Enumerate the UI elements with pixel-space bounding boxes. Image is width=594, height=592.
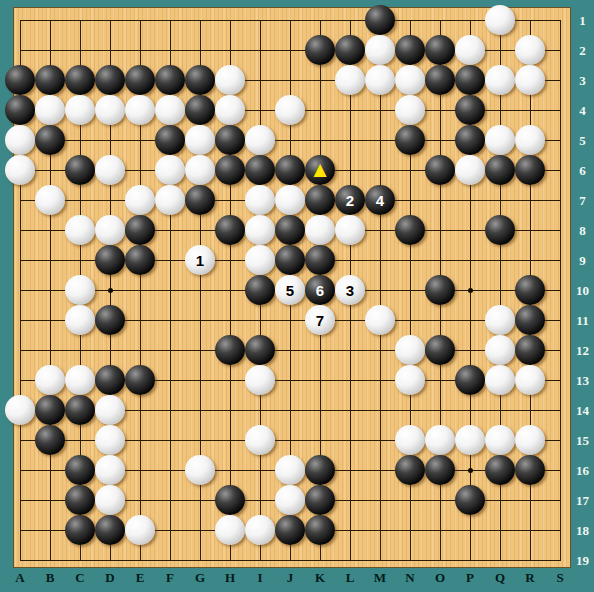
black-stone-F3[interactable] <box>155 65 185 95</box>
black-stone-J9[interactable] <box>275 245 305 275</box>
black-stone-E9[interactable] <box>125 245 155 275</box>
black-stone-J8[interactable] <box>275 215 305 245</box>
white-stone-Q12[interactable] <box>485 335 515 365</box>
row-label-16: 16 <box>571 463 594 477</box>
white-stone-E7[interactable] <box>125 185 155 215</box>
move-number-label: 5 <box>286 283 294 298</box>
black-stone-D9[interactable] <box>95 245 125 275</box>
grid-hline <box>20 350 561 351</box>
white-stone-D16[interactable] <box>95 455 125 485</box>
move-number-label: 2 <box>346 193 354 208</box>
black-stone-O16[interactable] <box>425 455 455 485</box>
white-stone-F4[interactable] <box>155 95 185 125</box>
row-label-17: 17 <box>571 493 594 507</box>
column-label-K: K <box>305 570 335 586</box>
white-stone-C10[interactable] <box>65 275 95 305</box>
white-stone-P2[interactable] <box>455 35 485 65</box>
black-stone-G3[interactable] <box>185 65 215 95</box>
black-stone-M7[interactable]: 4 <box>365 185 395 215</box>
white-stone-G9[interactable]: 1 <box>185 245 215 275</box>
move-number-label: 3 <box>346 283 354 298</box>
black-stone-Q8[interactable] <box>485 215 515 245</box>
column-label-J: J <box>275 570 305 586</box>
white-stone-I7[interactable] <box>245 185 275 215</box>
black-stone-P13[interactable] <box>455 365 485 395</box>
black-stone-A4[interactable] <box>5 95 35 125</box>
black-stone-I12[interactable] <box>245 335 275 365</box>
black-stone-K2[interactable] <box>305 35 335 65</box>
row-label-1: 1 <box>571 13 594 27</box>
star-point <box>468 468 473 473</box>
black-stone-G4[interactable] <box>185 95 215 125</box>
black-stone-D18[interactable] <box>95 515 125 545</box>
white-stone-L8[interactable] <box>335 215 365 245</box>
white-stone-D14[interactable] <box>95 395 125 425</box>
row-label-10: 10 <box>571 283 594 297</box>
white-stone-H3[interactable] <box>215 65 245 95</box>
grid-vline <box>560 20 561 561</box>
white-stone-D8[interactable] <box>95 215 125 245</box>
star-point <box>468 288 473 293</box>
black-stone-J6[interactable] <box>275 155 305 185</box>
white-stone-M2[interactable] <box>365 35 395 65</box>
column-label-L: L <box>335 570 365 586</box>
row-label-15: 15 <box>571 433 594 447</box>
black-stone-I10[interactable] <box>245 275 275 305</box>
row-label-2: 2 <box>571 43 594 57</box>
black-stone-H17[interactable] <box>215 485 245 515</box>
white-stone-D4[interactable] <box>95 95 125 125</box>
column-label-G: G <box>185 570 215 586</box>
white-stone-Q1[interactable] <box>485 5 515 35</box>
black-stone-R12[interactable] <box>515 335 545 365</box>
row-label-9: 9 <box>571 253 594 267</box>
black-stone-R11[interactable] <box>515 305 545 335</box>
triangle-marker-icon: ▲ <box>313 161 326 178</box>
white-stone-D6[interactable] <box>95 155 125 185</box>
black-stone-R10[interactable] <box>515 275 545 305</box>
column-label-A: A <box>5 570 35 586</box>
black-stone-L2[interactable] <box>335 35 365 65</box>
white-stone-D17[interactable] <box>95 485 125 515</box>
white-stone-L3[interactable] <box>335 65 365 95</box>
row-label-13: 13 <box>571 373 594 387</box>
black-stone-E13[interactable] <box>125 365 155 395</box>
row-label-4: 4 <box>571 103 594 117</box>
white-stone-Q11[interactable] <box>485 305 515 335</box>
column-label-Q: Q <box>485 570 515 586</box>
white-stone-P6[interactable] <box>455 155 485 185</box>
black-stone-R16[interactable] <box>515 455 545 485</box>
black-stone-O2[interactable] <box>425 35 455 65</box>
black-stone-D13[interactable] <box>95 365 125 395</box>
white-stone-I15[interactable] <box>245 425 275 455</box>
white-stone-I8[interactable] <box>245 215 275 245</box>
row-label-19: 19 <box>571 553 594 567</box>
black-stone-E8[interactable] <box>125 215 155 245</box>
black-stone-P4[interactable] <box>455 95 485 125</box>
black-stone-O10[interactable] <box>425 275 455 305</box>
column-label-C: C <box>65 570 95 586</box>
white-stone-I9[interactable] <box>245 245 275 275</box>
black-stone-Q6[interactable] <box>485 155 515 185</box>
white-stone-J17[interactable] <box>275 485 305 515</box>
white-stone-Q5[interactable] <box>485 125 515 155</box>
grid-hline <box>20 560 561 561</box>
white-stone-C8[interactable] <box>65 215 95 245</box>
row-label-12: 12 <box>571 343 594 357</box>
black-stone-H12[interactable] <box>215 335 245 365</box>
black-stone-K17[interactable] <box>305 485 335 515</box>
white-stone-J7[interactable] <box>275 185 305 215</box>
column-label-O: O <box>425 570 455 586</box>
column-label-I: I <box>245 570 275 586</box>
black-stone-D3[interactable] <box>95 65 125 95</box>
white-stone-L10[interactable]: 3 <box>335 275 365 305</box>
black-stone-I6[interactable] <box>245 155 275 185</box>
white-stone-A6[interactable] <box>5 155 35 185</box>
row-label-18: 18 <box>571 523 594 537</box>
column-label-N: N <box>395 570 425 586</box>
white-stone-Q13[interactable] <box>485 365 515 395</box>
white-stone-C4[interactable] <box>65 95 95 125</box>
black-stone-B15[interactable] <box>35 425 65 455</box>
black-stone-O12[interactable] <box>425 335 455 365</box>
white-stone-N15[interactable] <box>395 425 425 455</box>
white-stone-A5[interactable] <box>5 125 35 155</box>
black-stone-B14[interactable] <box>35 395 65 425</box>
white-stone-J10[interactable]: 5 <box>275 275 305 305</box>
white-stone-J4[interactable] <box>275 95 305 125</box>
white-stone-F7[interactable] <box>155 185 185 215</box>
black-stone-Q16[interactable] <box>485 455 515 485</box>
white-stone-P15[interactable] <box>455 425 485 455</box>
white-stone-N13[interactable] <box>395 365 425 395</box>
black-stone-C3[interactable] <box>65 65 95 95</box>
white-stone-A14[interactable] <box>5 395 35 425</box>
black-stone-P17[interactable] <box>455 485 485 515</box>
row-label-14: 14 <box>571 403 594 417</box>
white-stone-I13[interactable] <box>245 365 275 395</box>
white-stone-G5[interactable] <box>185 125 215 155</box>
black-stone-E3[interactable] <box>125 65 155 95</box>
white-stone-D15[interactable] <box>95 425 125 455</box>
black-stone-F5[interactable] <box>155 125 185 155</box>
black-stone-K18[interactable] <box>305 515 335 545</box>
white-stone-O15[interactable] <box>425 425 455 455</box>
white-stone-R3[interactable] <box>515 65 545 95</box>
black-stone-K16[interactable] <box>305 455 335 485</box>
black-stone-C14[interactable] <box>65 395 95 425</box>
white-stone-G6[interactable] <box>185 155 215 185</box>
move-number-label: 6 <box>316 283 324 298</box>
white-stone-Q3[interactable] <box>485 65 515 95</box>
white-stone-H4[interactable] <box>215 95 245 125</box>
column-label-P: P <box>455 570 485 586</box>
white-stone-N4[interactable] <box>395 95 425 125</box>
black-stone-C18[interactable] <box>65 515 95 545</box>
black-stone-D11[interactable] <box>95 305 125 335</box>
white-stone-R2[interactable] <box>515 35 545 65</box>
column-label-R: R <box>515 570 545 586</box>
black-stone-N2[interactable] <box>395 35 425 65</box>
white-stone-Q15[interactable] <box>485 425 515 455</box>
white-stone-K11[interactable]: 7 <box>305 305 335 335</box>
row-label-7: 7 <box>571 193 594 207</box>
row-label-8: 8 <box>571 223 594 237</box>
go-app-window: ▲2415637 ABCDEFGHIJKLMNOPQRS 12345678910… <box>0 0 594 592</box>
black-stone-G7[interactable] <box>185 185 215 215</box>
column-label-M: M <box>365 570 395 586</box>
white-stone-I18[interactable] <box>245 515 275 545</box>
move-number-label: 7 <box>316 313 324 328</box>
column-label-D: D <box>95 570 125 586</box>
white-stone-H18[interactable] <box>215 515 245 545</box>
black-stone-N16[interactable] <box>395 455 425 485</box>
column-label-E: E <box>125 570 155 586</box>
white-stone-R5[interactable] <box>515 125 545 155</box>
white-stone-E18[interactable] <box>125 515 155 545</box>
white-stone-R13[interactable] <box>515 365 545 395</box>
white-stone-N3[interactable] <box>395 65 425 95</box>
white-stone-K8[interactable] <box>305 215 335 245</box>
black-stone-N5[interactable] <box>395 125 425 155</box>
white-stone-E4[interactable] <box>125 95 155 125</box>
row-label-3: 3 <box>571 73 594 87</box>
black-stone-O6[interactable] <box>425 155 455 185</box>
black-stone-H5[interactable] <box>215 125 245 155</box>
black-stone-B5[interactable] <box>35 125 65 155</box>
black-stone-B3[interactable] <box>35 65 65 95</box>
white-stone-F6[interactable] <box>155 155 185 185</box>
black-stone-L7[interactable]: 2 <box>335 185 365 215</box>
black-stone-O3[interactable] <box>425 65 455 95</box>
white-stone-B13[interactable] <box>35 365 65 395</box>
white-stone-J16[interactable] <box>275 455 305 485</box>
black-stone-C6[interactable] <box>65 155 95 185</box>
black-stone-N8[interactable] <box>395 215 425 245</box>
move-number-label: 1 <box>196 253 204 268</box>
column-label-F: F <box>155 570 185 586</box>
column-label-S: S <box>545 570 575 586</box>
white-stone-C11[interactable] <box>65 305 95 335</box>
column-label-H: H <box>215 570 245 586</box>
black-stone-K10[interactable]: 6 <box>305 275 335 305</box>
black-stone-K9[interactable] <box>305 245 335 275</box>
white-stone-G16[interactable] <box>185 455 215 485</box>
black-stone-M1[interactable] <box>365 5 395 35</box>
black-stone-C16[interactable] <box>65 455 95 485</box>
white-stone-B4[interactable] <box>35 95 65 125</box>
white-stone-M3[interactable] <box>365 65 395 95</box>
white-stone-I5[interactable] <box>245 125 275 155</box>
black-stone-H6[interactable] <box>215 155 245 185</box>
black-stone-A3[interactable] <box>5 65 35 95</box>
black-stone-K6[interactable]: ▲ <box>305 155 335 185</box>
move-number-label: 4 <box>376 193 384 208</box>
row-label-5: 5 <box>571 133 594 147</box>
black-stone-K7[interactable] <box>305 185 335 215</box>
row-label-6: 6 <box>571 163 594 177</box>
white-stone-M11[interactable] <box>365 305 395 335</box>
black-stone-P3[interactable] <box>455 65 485 95</box>
white-stone-B7[interactable] <box>35 185 65 215</box>
column-label-B: B <box>35 570 65 586</box>
white-stone-C13[interactable] <box>65 365 95 395</box>
black-stone-H8[interactable] <box>215 215 245 245</box>
black-stone-R6[interactable] <box>515 155 545 185</box>
grid-vline <box>380 20 381 561</box>
black-stone-J18[interactable] <box>275 515 305 545</box>
row-label-11: 11 <box>571 313 594 327</box>
white-stone-R15[interactable] <box>515 425 545 455</box>
black-stone-C17[interactable] <box>65 485 95 515</box>
black-stone-P5[interactable] <box>455 125 485 155</box>
star-point <box>108 288 113 293</box>
white-stone-N12[interactable] <box>395 335 425 365</box>
